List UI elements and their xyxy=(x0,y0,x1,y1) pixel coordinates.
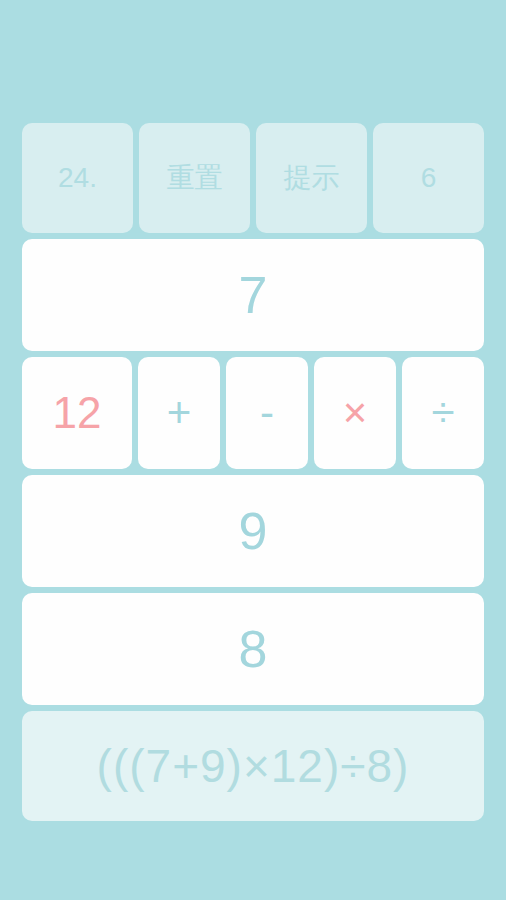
operator-multiply-button-selected[interactable]: × xyxy=(314,357,396,469)
number-card-8[interactable]: 8 xyxy=(22,593,484,705)
hint-button[interactable]: 提示 xyxy=(256,123,367,233)
expression-display: (((7+9)×12)÷8) xyxy=(22,711,484,821)
number-card-12-selected[interactable]: 12 xyxy=(22,357,132,469)
operator-divide-button[interactable]: ÷ xyxy=(402,357,484,469)
reset-button[interactable]: 重置 xyxy=(139,123,250,233)
hint-counter-button[interactable]: 6 xyxy=(373,123,484,233)
operator-row: 12 + - × ÷ xyxy=(22,357,484,469)
number-card-9[interactable]: 9 xyxy=(22,475,484,587)
operator-plus-button[interactable]: + xyxy=(138,357,220,469)
toolbar: 24. 重置 提示 6 xyxy=(22,123,484,233)
number-card-7[interactable]: 7 xyxy=(22,239,484,351)
target-button[interactable]: 24. xyxy=(22,123,133,233)
operator-minus-button[interactable]: - xyxy=(226,357,308,469)
app-screen: 24. 重置 提示 6 7 12 + - × ÷ 9 8 (((7+9)×12)… xyxy=(0,0,506,900)
